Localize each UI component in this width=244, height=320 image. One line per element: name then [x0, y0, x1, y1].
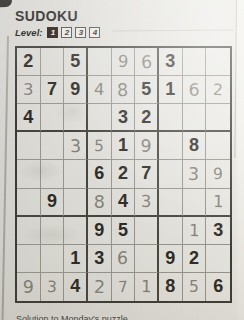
given-digit: 3	[118, 107, 128, 128]
cell-r6c9: 1	[206, 189, 230, 217]
pencil-digit: 8	[94, 192, 105, 212]
cell-r5c4: 6	[88, 160, 112, 188]
page-title: SUDOKU	[15, 8, 78, 24]
level-label: Level:	[15, 27, 42, 38]
cell-r9c2: 3	[41, 273, 65, 301]
page-margin	[237, 0, 244, 320]
given-digit: 1	[165, 79, 175, 100]
cell-r8c6	[135, 245, 159, 273]
level-3-box: 3	[75, 27, 86, 38]
cell-r8c8: 2	[183, 245, 207, 273]
cell-r8c2	[41, 245, 65, 273]
pencil-digit: 3	[23, 80, 34, 99]
cell-r1c5: 9	[112, 48, 136, 76]
cell-r4c2	[41, 132, 65, 160]
given-digit: 9	[70, 79, 80, 100]
pencil-digit: 2	[93, 277, 105, 297]
pencil-digit: 3	[69, 136, 81, 156]
pencil-digit: 1	[213, 192, 224, 211]
cell-r7c5: 5	[112, 217, 136, 245]
pencil-digit: 1	[189, 221, 200, 240]
cell-r5c6: 7	[135, 160, 159, 188]
pencil-digit: 4	[94, 80, 105, 99]
cell-r3c1: 4	[17, 104, 41, 132]
cell-r5c3	[64, 160, 88, 188]
given-digit: 1	[70, 248, 80, 269]
pencil-digit: 9	[141, 136, 152, 156]
level-selector: Level: 1 2 3 4	[15, 26, 100, 39]
cell-r5c7	[159, 160, 183, 188]
cell-r2c1: 3	[17, 76, 41, 104]
cell-r1c6: 6	[135, 48, 159, 76]
newspaper-photo: SUDOKU Level: 1 2 3 4 259633794851624323…	[0, 0, 244, 320]
given-digit: 3	[94, 248, 104, 269]
pencil-digit: 6	[140, 51, 152, 71]
cell-r1c7: 3	[159, 48, 183, 76]
cell-r4c7	[159, 132, 183, 160]
cell-r3c6: 2	[135, 104, 159, 132]
cell-r8c4: 3	[88, 245, 112, 273]
cell-r6c1	[17, 189, 41, 217]
cell-r4c5: 1	[112, 132, 136, 160]
given-digit: 9	[94, 220, 104, 241]
given-digit: 2	[118, 163, 128, 184]
cell-r3c7	[159, 104, 183, 132]
cell-r7c6	[135, 217, 159, 245]
cell-r9c6: 1	[135, 273, 159, 301]
cell-r4c3: 3	[64, 132, 88, 160]
eraser-smudge	[18, 160, 64, 182]
level-2-box: 2	[61, 27, 72, 38]
given-digit: 9	[165, 248, 175, 269]
cell-r2c7: 1	[159, 76, 183, 104]
cell-r2c9: 2	[206, 76, 230, 104]
cell-r4c1	[17, 132, 41, 160]
pencil-digit: 5	[94, 137, 104, 155]
given-digit: 4	[23, 107, 33, 128]
cell-r6c5: 4	[112, 189, 136, 217]
cell-r8c3: 1	[64, 245, 88, 273]
given-digit: 1	[118, 135, 128, 156]
cell-r2c4: 4	[88, 76, 112, 104]
cell-r7c9: 3	[206, 217, 230, 245]
given-digit: 8	[165, 276, 175, 297]
cell-r9c5: 7	[112, 273, 136, 301]
cell-r3c5: 3	[112, 104, 136, 132]
cell-r3c8	[183, 104, 207, 132]
cell-r1c2	[41, 48, 65, 76]
cell-r3c9	[206, 104, 230, 132]
pencil-digit: 5	[189, 278, 199, 296]
given-digit: 2	[23, 51, 33, 72]
cell-r2c2: 7	[41, 76, 65, 104]
level-1-box: 1	[47, 27, 58, 38]
column-rule-left	[1, 36, 9, 320]
cell-r4c4: 5	[88, 132, 112, 160]
given-digit: 2	[141, 107, 151, 128]
cell-r4c6: 9	[135, 132, 159, 160]
given-digit: 8	[189, 135, 199, 156]
given-digit: 5	[141, 79, 151, 100]
cell-r8c7: 9	[159, 245, 183, 273]
pencil-digit: 8	[117, 79, 129, 99]
pencil-digit: 6	[117, 248, 129, 268]
cell-r6c8	[183, 189, 207, 217]
given-digit: 7	[47, 79, 57, 100]
given-digit: 2	[189, 248, 199, 269]
cell-r4c9	[206, 132, 230, 160]
pencil-digit: 9	[213, 165, 223, 183]
given-digit: 4	[70, 276, 80, 297]
pencil-digit: 6	[188, 80, 199, 100]
cell-r9c1: 9	[17, 273, 41, 301]
given-digit: 3	[213, 220, 223, 241]
cell-r9c9: 6	[206, 273, 230, 301]
cell-r2c6: 5	[135, 76, 159, 104]
cell-r3c4	[88, 104, 112, 132]
cell-r1c4	[88, 48, 112, 76]
cell-r8c9	[206, 245, 230, 273]
given-digit: 4	[118, 191, 128, 212]
given-digit: 9	[47, 191, 57, 212]
pencil-digit: 1	[141, 277, 152, 296]
given-digit: 6	[94, 163, 104, 184]
eraser-smudge	[55, 100, 89, 124]
cell-r9c8: 5	[183, 273, 207, 301]
pencil-digit: 3	[47, 278, 58, 296]
cell-r1c1: 2	[17, 48, 41, 76]
cell-r6c7	[159, 189, 183, 217]
cell-r6c4: 8	[88, 189, 112, 217]
solution-caption: Solution to Monday's puzzle	[16, 314, 226, 320]
cell-r4c8: 8	[183, 132, 207, 160]
cell-r9c7: 8	[159, 273, 183, 301]
cell-r7c8: 1	[183, 217, 207, 245]
cell-r8c1	[17, 245, 41, 273]
cell-r9c3: 4	[64, 273, 88, 301]
pencil-digit: 3	[141, 192, 152, 211]
cell-r1c3: 5	[64, 48, 88, 76]
corner-ink-mark	[0, 0, 12, 8]
pencil-digit: 2	[213, 80, 224, 98]
given-digit: 5	[70, 51, 80, 72]
cell-r6c3	[64, 189, 88, 217]
cell-r5c9: 9	[206, 160, 230, 188]
cell-r2c8: 6	[183, 76, 207, 104]
given-digit: 5	[118, 220, 128, 241]
cell-r9c4: 2	[88, 273, 112, 301]
given-digit: 3	[165, 51, 175, 72]
cell-r2c5: 8	[112, 76, 136, 104]
cell-r8c5: 6	[112, 245, 136, 273]
cell-r7c4: 9	[88, 217, 112, 245]
cell-r1c8	[183, 48, 207, 76]
cell-r6c6: 3	[135, 189, 159, 217]
cell-r5c8: 3	[183, 160, 207, 188]
pencil-digit: 3	[188, 164, 200, 184]
cell-r7c7	[159, 217, 183, 245]
pencil-digit: 9	[117, 52, 128, 71]
cell-r5c5: 2	[112, 160, 136, 188]
level-4-box: 4	[89, 27, 100, 38]
given-digit: 7	[141, 163, 151, 184]
header-rule	[112, 29, 233, 31]
cell-r6c2: 9	[41, 189, 65, 217]
pencil-digit: 7	[118, 278, 128, 296]
pencil-digit: 9	[23, 277, 34, 297]
eraser-smudge	[22, 224, 82, 246]
cell-r1c9	[206, 48, 230, 76]
given-digit: 6	[213, 276, 223, 297]
